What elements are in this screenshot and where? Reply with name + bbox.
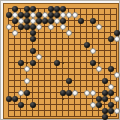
stone-black [66,78,72,84]
stone-black [24,90,30,96]
stone-white [6,24,12,30]
stone-white [114,108,120,114]
stone-black [90,60,96,66]
stone-black [96,102,102,108]
stone-black [108,66,114,72]
stone-white [90,90,96,96]
board-frame [0,0,120,120]
stone-white [48,24,54,30]
stone-white [66,30,72,36]
stone-black [18,60,24,66]
stone-white [24,78,30,84]
stone-white [114,36,120,42]
stone-white [96,24,102,30]
stone-black [78,18,84,24]
stone-black [102,78,108,84]
stone-white [72,12,78,18]
stone-black [90,18,96,24]
stone-black [18,102,24,108]
stone-white [96,66,102,72]
stone-white [24,66,30,72]
stone-black [84,42,90,48]
stone-black [102,96,108,102]
stone-white [60,24,66,30]
stone-white [90,48,96,54]
stone-white [72,90,78,96]
stone-black [108,90,114,96]
star-point [62,62,64,64]
stone-black [12,96,18,102]
stone-white [36,54,42,60]
stone-black [30,60,36,66]
stone-white [114,72,120,78]
star-point [26,62,28,64]
stone-black [30,102,36,108]
stone-black [54,60,60,66]
star-point [98,62,100,64]
stone-black [102,114,108,120]
stone-white [12,30,18,36]
stone-white [36,24,42,30]
stone-white [114,96,120,102]
star-point [62,98,64,100]
stone-black [30,48,36,54]
star-point [26,98,28,100]
go-board[interactable] [3,3,119,119]
stone-black [30,36,36,42]
